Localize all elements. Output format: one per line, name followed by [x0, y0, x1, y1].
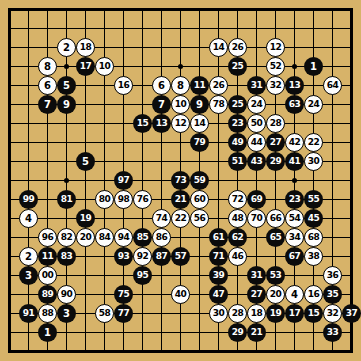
intersection-8-8[interactable] [133, 133, 152, 152]
intersection-4-18[interactable] [57, 323, 76, 342]
intersection-14-11[interactable]: 69 [247, 190, 266, 209]
intersection-11-9[interactable] [190, 152, 209, 171]
intersection-14-16[interactable]: 27 [247, 285, 266, 304]
intersection-9-13[interactable]: 86 [152, 228, 171, 247]
intersection-8-6[interactable] [133, 95, 152, 114]
intersection-17-17[interactable]: 15 [304, 304, 323, 323]
intersection-15-15[interactable]: 53 [266, 266, 285, 285]
intersection-13-6[interactable]: 25 [228, 95, 247, 114]
intersection-13-8[interactable]: 49 [228, 133, 247, 152]
intersection-15-17[interactable]: 19 [266, 304, 285, 323]
intersection-14-13[interactable] [247, 228, 266, 247]
intersection-17-18[interactable] [304, 323, 323, 342]
intersection-3-4[interactable]: 8 [38, 57, 57, 76]
intersection-3-18[interactable]: 1 [38, 323, 57, 342]
intersection-8-17[interactable] [133, 304, 152, 323]
intersection-4-3[interactable]: 2 [57, 38, 76, 57]
intersection-18-13[interactable] [323, 228, 342, 247]
intersection-10-1[interactable] [171, 0, 190, 19]
intersection-2-9[interactable] [19, 152, 38, 171]
intersection-2-3[interactable] [19, 38, 38, 57]
intersection-9-19[interactable] [152, 342, 171, 361]
intersection-13-2[interactable] [228, 19, 247, 38]
intersection-18-19[interactable] [323, 342, 342, 361]
intersection-15-1[interactable] [266, 0, 285, 19]
intersection-11-12[interactable]: 56 [190, 209, 209, 228]
intersection-3-19[interactable] [38, 342, 57, 361]
intersection-17-2[interactable] [304, 19, 323, 38]
intersection-5-1[interactable] [76, 0, 95, 19]
intersection-5-13[interactable]: 20 [76, 228, 95, 247]
intersection-19-18[interactable] [342, 323, 361, 342]
intersection-11-5[interactable]: 11 [190, 76, 209, 95]
intersection-8-1[interactable] [133, 0, 152, 19]
intersection-18-3[interactable] [323, 38, 342, 57]
intersection-4-12[interactable] [57, 209, 76, 228]
intersection-3-7[interactable] [38, 114, 57, 133]
intersection-12-8[interactable] [209, 133, 228, 152]
intersection-6-18[interactable] [95, 323, 114, 342]
intersection-5-9[interactable]: 5 [76, 152, 95, 171]
intersection-17-5[interactable] [304, 76, 323, 95]
intersection-18-9[interactable] [323, 152, 342, 171]
intersection-1-16[interactable] [0, 285, 19, 304]
intersection-4-4[interactable] [57, 57, 76, 76]
intersection-15-16[interactable]: 20 [266, 285, 285, 304]
intersection-14-10[interactable] [247, 171, 266, 190]
intersection-12-2[interactable] [209, 19, 228, 38]
intersection-6-13[interactable]: 84 [95, 228, 114, 247]
intersection-13-10[interactable] [228, 171, 247, 190]
intersection-5-3[interactable]: 18 [76, 38, 95, 57]
intersection-18-4[interactable] [323, 57, 342, 76]
intersection-12-16[interactable]: 47 [209, 285, 228, 304]
intersection-16-17[interactable]: 17 [285, 304, 304, 323]
intersection-19-5[interactable] [342, 76, 361, 95]
intersection-3-16[interactable]: 89 [38, 285, 57, 304]
intersection-3-15[interactable]: 00 [38, 266, 57, 285]
intersection-11-3[interactable] [190, 38, 209, 57]
intersection-11-18[interactable] [190, 323, 209, 342]
intersection-19-16[interactable] [342, 285, 361, 304]
intersection-6-9[interactable] [95, 152, 114, 171]
intersection-2-5[interactable] [19, 76, 38, 95]
intersection-12-18[interactable] [209, 323, 228, 342]
intersection-5-4[interactable]: 17 [76, 57, 95, 76]
intersection-5-16[interactable] [76, 285, 95, 304]
intersection-9-5[interactable]: 6 [152, 76, 171, 95]
intersection-6-5[interactable] [95, 76, 114, 95]
intersection-16-12[interactable]: 54 [285, 209, 304, 228]
intersection-8-5[interactable] [133, 76, 152, 95]
intersection-6-14[interactable] [95, 247, 114, 266]
intersection-2-13[interactable] [19, 228, 38, 247]
intersection-12-4[interactable] [209, 57, 228, 76]
intersection-17-16[interactable]: 16 [304, 285, 323, 304]
intersection-14-7[interactable]: 50 [247, 114, 266, 133]
intersection-15-8[interactable]: 27 [266, 133, 285, 152]
intersection-3-3[interactable] [38, 38, 57, 57]
intersection-2-17[interactable]: 91 [19, 304, 38, 323]
intersection-4-5[interactable]: 5 [57, 76, 76, 95]
intersection-13-11[interactable]: 72 [228, 190, 247, 209]
intersection-17-3[interactable] [304, 38, 323, 57]
intersection-7-2[interactable] [114, 19, 133, 38]
intersection-1-13[interactable] [0, 228, 19, 247]
intersection-18-2[interactable] [323, 19, 342, 38]
intersection-8-10[interactable] [133, 171, 152, 190]
intersection-4-11[interactable]: 81 [57, 190, 76, 209]
intersection-19-9[interactable] [342, 152, 361, 171]
intersection-12-13[interactable]: 61 [209, 228, 228, 247]
intersection-14-5[interactable]: 31 [247, 76, 266, 95]
intersection-16-13[interactable]: 34 [285, 228, 304, 247]
intersection-17-1[interactable] [304, 0, 323, 19]
intersection-4-7[interactable] [57, 114, 76, 133]
intersection-10-17[interactable] [171, 304, 190, 323]
intersection-7-15[interactable] [114, 266, 133, 285]
intersection-1-18[interactable] [0, 323, 19, 342]
intersection-10-13[interactable] [171, 228, 190, 247]
intersection-14-14[interactable] [247, 247, 266, 266]
intersection-1-10[interactable] [0, 171, 19, 190]
intersection-14-18[interactable]: 21 [247, 323, 266, 342]
intersection-8-3[interactable] [133, 38, 152, 57]
intersection-11-6[interactable]: 9 [190, 95, 209, 114]
intersection-18-7[interactable] [323, 114, 342, 133]
intersection-17-15[interactable] [304, 266, 323, 285]
intersection-3-12[interactable] [38, 209, 57, 228]
intersection-4-13[interactable]: 82 [57, 228, 76, 247]
intersection-9-11[interactable] [152, 190, 171, 209]
intersection-1-7[interactable] [0, 114, 19, 133]
intersection-1-6[interactable] [0, 95, 19, 114]
intersection-9-18[interactable] [152, 323, 171, 342]
intersection-16-11[interactable]: 23 [285, 190, 304, 209]
intersection-7-4[interactable] [114, 57, 133, 76]
intersection-18-10[interactable] [323, 171, 342, 190]
intersection-17-8[interactable]: 22 [304, 133, 323, 152]
intersection-11-14[interactable] [190, 247, 209, 266]
intersection-7-5[interactable]: 16 [114, 76, 133, 95]
intersection-16-2[interactable] [285, 19, 304, 38]
intersection-19-8[interactable] [342, 133, 361, 152]
intersection-9-12[interactable]: 74 [152, 209, 171, 228]
intersection-8-9[interactable] [133, 152, 152, 171]
intersection-8-15[interactable]: 95 [133, 266, 152, 285]
intersection-11-19[interactable] [190, 342, 209, 361]
intersection-8-12[interactable] [133, 209, 152, 228]
intersection-5-11[interactable] [76, 190, 95, 209]
intersection-18-5[interactable]: 64 [323, 76, 342, 95]
intersection-19-13[interactable] [342, 228, 361, 247]
intersection-17-11[interactable]: 55 [304, 190, 323, 209]
intersection-12-12[interactable] [209, 209, 228, 228]
intersection-17-4[interactable]: 1 [304, 57, 323, 76]
intersection-8-11[interactable]: 76 [133, 190, 152, 209]
intersection-16-1[interactable] [285, 0, 304, 19]
intersection-16-15[interactable] [285, 266, 304, 285]
intersection-7-6[interactable] [114, 95, 133, 114]
intersection-15-12[interactable]: 66 [266, 209, 285, 228]
intersection-17-13[interactable]: 68 [304, 228, 323, 247]
intersection-11-15[interactable] [190, 266, 209, 285]
intersection-15-10[interactable] [266, 171, 285, 190]
intersection-6-15[interactable] [95, 266, 114, 285]
intersection-18-18[interactable]: 33 [323, 323, 342, 342]
intersection-1-2[interactable] [0, 19, 19, 38]
intersection-16-6[interactable]: 63 [285, 95, 304, 114]
intersection-1-1[interactable] [0, 0, 19, 19]
intersection-7-14[interactable]: 93 [114, 247, 133, 266]
intersection-18-11[interactable] [323, 190, 342, 209]
intersection-7-11[interactable]: 98 [114, 190, 133, 209]
intersection-7-7[interactable] [114, 114, 133, 133]
intersection-14-1[interactable] [247, 0, 266, 19]
intersection-5-15[interactable] [76, 266, 95, 285]
intersection-15-3[interactable]: 12 [266, 38, 285, 57]
intersection-7-13[interactable]: 94 [114, 228, 133, 247]
intersection-10-11[interactable]: 21 [171, 190, 190, 209]
intersection-2-7[interactable] [19, 114, 38, 133]
intersection-17-7[interactable] [304, 114, 323, 133]
intersection-16-19[interactable] [285, 342, 304, 361]
intersection-11-10[interactable]: 59 [190, 171, 209, 190]
intersection-17-10[interactable] [304, 171, 323, 190]
intersection-7-19[interactable] [114, 342, 133, 361]
intersection-17-14[interactable]: 38 [304, 247, 323, 266]
intersection-9-15[interactable] [152, 266, 171, 285]
intersection-10-3[interactable] [171, 38, 190, 57]
intersection-13-1[interactable] [228, 0, 247, 19]
intersection-13-17[interactable]: 28 [228, 304, 247, 323]
intersection-9-1[interactable] [152, 0, 171, 19]
intersection-15-14[interactable] [266, 247, 285, 266]
intersection-11-11[interactable]: 60 [190, 190, 209, 209]
intersection-5-10[interactable] [76, 171, 95, 190]
intersection-15-11[interactable] [266, 190, 285, 209]
intersection-1-15[interactable] [0, 266, 19, 285]
intersection-8-13[interactable]: 85 [133, 228, 152, 247]
intersection-5-8[interactable] [76, 133, 95, 152]
intersection-11-17[interactable] [190, 304, 209, 323]
intersection-8-2[interactable] [133, 19, 152, 38]
intersection-2-11[interactable]: 99 [19, 190, 38, 209]
intersection-9-10[interactable] [152, 171, 171, 190]
intersection-11-4[interactable] [190, 57, 209, 76]
intersection-12-3[interactable]: 14 [209, 38, 228, 57]
intersection-8-4[interactable] [133, 57, 152, 76]
intersection-7-17[interactable]: 77 [114, 304, 133, 323]
intersection-9-8[interactable] [152, 133, 171, 152]
intersection-12-11[interactable] [209, 190, 228, 209]
intersection-19-14[interactable] [342, 247, 361, 266]
intersection-13-13[interactable]: 62 [228, 228, 247, 247]
intersection-17-12[interactable]: 45 [304, 209, 323, 228]
intersection-14-8[interactable]: 44 [247, 133, 266, 152]
intersection-1-5[interactable] [0, 76, 19, 95]
intersection-7-10[interactable]: 97 [114, 171, 133, 190]
intersection-13-14[interactable]: 46 [228, 247, 247, 266]
intersection-10-10[interactable]: 73 [171, 171, 190, 190]
intersection-18-8[interactable] [323, 133, 342, 152]
intersection-1-8[interactable] [0, 133, 19, 152]
intersection-19-2[interactable] [342, 19, 361, 38]
intersection-7-12[interactable] [114, 209, 133, 228]
intersection-3-13[interactable]: 96 [38, 228, 57, 247]
intersection-4-9[interactable] [57, 152, 76, 171]
intersection-3-1[interactable] [38, 0, 57, 19]
intersection-1-17[interactable] [0, 304, 19, 323]
intersection-13-19[interactable] [228, 342, 247, 361]
intersection-6-11[interactable]: 80 [95, 190, 114, 209]
intersection-8-18[interactable] [133, 323, 152, 342]
intersection-18-15[interactable]: 36 [323, 266, 342, 285]
intersection-14-15[interactable]: 31 [247, 266, 266, 285]
intersection-12-10[interactable] [209, 171, 228, 190]
intersection-18-1[interactable] [323, 0, 342, 19]
intersection-16-18[interactable] [285, 323, 304, 342]
intersection-2-14[interactable]: 2 [19, 247, 38, 266]
intersection-7-18[interactable] [114, 323, 133, 342]
intersection-9-17[interactable] [152, 304, 171, 323]
intersection-2-19[interactable] [19, 342, 38, 361]
intersection-10-9[interactable] [171, 152, 190, 171]
intersection-11-7[interactable]: 14 [190, 114, 209, 133]
intersection-1-4[interactable] [0, 57, 19, 76]
intersection-5-17[interactable] [76, 304, 95, 323]
intersection-17-6[interactable]: 24 [304, 95, 323, 114]
intersection-2-12[interactable]: 4 [19, 209, 38, 228]
intersection-14-4[interactable] [247, 57, 266, 76]
intersection-18-17[interactable]: 32 [323, 304, 342, 323]
intersection-17-9[interactable]: 30 [304, 152, 323, 171]
intersection-13-16[interactable] [228, 285, 247, 304]
intersection-3-9[interactable] [38, 152, 57, 171]
intersection-10-7[interactable]: 12 [171, 114, 190, 133]
intersection-3-17[interactable]: 88 [38, 304, 57, 323]
intersection-5-5[interactable] [76, 76, 95, 95]
intersection-15-13[interactable]: 65 [266, 228, 285, 247]
intersection-9-14[interactable]: 87 [152, 247, 171, 266]
intersection-19-7[interactable] [342, 114, 361, 133]
intersection-8-19[interactable] [133, 342, 152, 361]
intersection-19-15[interactable] [342, 266, 361, 285]
intersection-19-17[interactable]: 37 [342, 304, 361, 323]
intersection-2-1[interactable] [19, 0, 38, 19]
intersection-10-5[interactable]: 8 [171, 76, 190, 95]
intersection-4-10[interactable] [57, 171, 76, 190]
intersection-12-15[interactable]: 39 [209, 266, 228, 285]
intersection-5-2[interactable] [76, 19, 95, 38]
intersection-6-10[interactable] [95, 171, 114, 190]
intersection-4-19[interactable] [57, 342, 76, 361]
intersection-19-6[interactable] [342, 95, 361, 114]
intersection-19-11[interactable] [342, 190, 361, 209]
intersection-15-6[interactable] [266, 95, 285, 114]
intersection-11-8[interactable]: 79 [190, 133, 209, 152]
intersection-10-19[interactable] [171, 342, 190, 361]
intersection-14-12[interactable]: 70 [247, 209, 266, 228]
intersection-18-14[interactable] [323, 247, 342, 266]
intersection-15-19[interactable] [266, 342, 285, 361]
intersection-1-11[interactable] [0, 190, 19, 209]
intersection-15-2[interactable] [266, 19, 285, 38]
intersection-2-2[interactable] [19, 19, 38, 38]
intersection-10-14[interactable]: 57 [171, 247, 190, 266]
intersection-15-5[interactable]: 32 [266, 76, 285, 95]
intersection-2-15[interactable]: 3 [19, 266, 38, 285]
intersection-16-4[interactable] [285, 57, 304, 76]
intersection-4-14[interactable]: 83 [57, 247, 76, 266]
intersection-11-1[interactable] [190, 0, 209, 19]
intersection-4-2[interactable] [57, 19, 76, 38]
intersection-19-1[interactable] [342, 0, 361, 19]
intersection-5-7[interactable] [76, 114, 95, 133]
intersection-13-5[interactable] [228, 76, 247, 95]
intersection-11-2[interactable] [190, 19, 209, 38]
intersection-11-16[interactable] [190, 285, 209, 304]
intersection-15-9[interactable]: 29 [266, 152, 285, 171]
intersection-1-19[interactable] [0, 342, 19, 361]
intersection-2-18[interactable] [19, 323, 38, 342]
intersection-14-17[interactable]: 18 [247, 304, 266, 323]
intersection-1-12[interactable] [0, 209, 19, 228]
intersection-4-17[interactable]: 3 [57, 304, 76, 323]
intersection-19-3[interactable] [342, 38, 361, 57]
intersection-5-12[interactable]: 19 [76, 209, 95, 228]
intersection-6-1[interactable] [95, 0, 114, 19]
intersection-19-10[interactable] [342, 171, 361, 190]
intersection-5-14[interactable] [76, 247, 95, 266]
intersection-9-6[interactable]: 7 [152, 95, 171, 114]
intersection-6-17[interactable]: 58 [95, 304, 114, 323]
intersection-9-16[interactable] [152, 285, 171, 304]
intersection-16-3[interactable] [285, 38, 304, 57]
intersection-13-12[interactable]: 48 [228, 209, 247, 228]
intersection-11-13[interactable] [190, 228, 209, 247]
intersection-3-10[interactable] [38, 171, 57, 190]
intersection-12-14[interactable]: 71 [209, 247, 228, 266]
intersection-4-6[interactable]: 9 [57, 95, 76, 114]
intersection-13-3[interactable]: 26 [228, 38, 247, 57]
intersection-4-8[interactable] [57, 133, 76, 152]
intersection-6-6[interactable] [95, 95, 114, 114]
intersection-16-8[interactable]: 42 [285, 133, 304, 152]
intersection-14-2[interactable] [247, 19, 266, 38]
intersection-1-3[interactable] [0, 38, 19, 57]
intersection-2-6[interactable] [19, 95, 38, 114]
intersection-13-4[interactable]: 25 [228, 57, 247, 76]
intersection-13-15[interactable] [228, 266, 247, 285]
intersection-10-4[interactable] [171, 57, 190, 76]
intersection-3-2[interactable] [38, 19, 57, 38]
intersection-3-6[interactable]: 7 [38, 95, 57, 114]
intersection-4-1[interactable] [57, 0, 76, 19]
intersection-6-7[interactable] [95, 114, 114, 133]
intersection-5-6[interactable] [76, 95, 95, 114]
intersection-19-4[interactable] [342, 57, 361, 76]
intersection-9-9[interactable] [152, 152, 171, 171]
intersection-4-15[interactable] [57, 266, 76, 285]
intersection-9-2[interactable] [152, 19, 171, 38]
intersection-1-9[interactable] [0, 152, 19, 171]
intersection-6-8[interactable] [95, 133, 114, 152]
intersection-18-6[interactable] [323, 95, 342, 114]
intersection-6-3[interactable] [95, 38, 114, 57]
intersection-9-3[interactable] [152, 38, 171, 57]
intersection-7-3[interactable] [114, 38, 133, 57]
